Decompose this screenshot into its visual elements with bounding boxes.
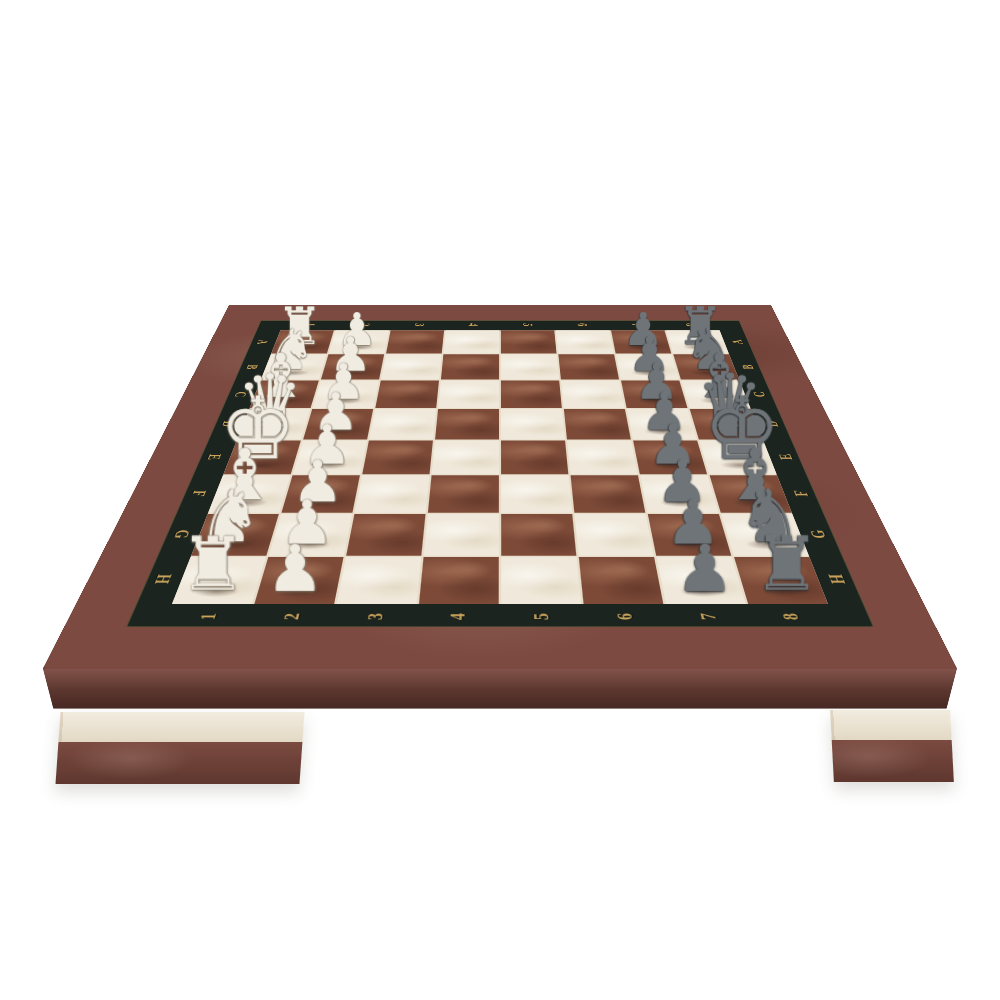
- square-h2[interactable]: ♟: [254, 557, 343, 604]
- file-label-a: A: [708, 337, 768, 346]
- file-label-a: A: [232, 337, 292, 346]
- square-f4[interactable]: [428, 475, 499, 512]
- chess-board: ABCDEFGH ABCDEFGH 12345678 12345678 ♜♟♟♜…: [43, 305, 957, 669]
- foot-red-slab: [55, 742, 302, 784]
- board-foot-right: [830, 710, 954, 782]
- rank-label-5: 5: [516, 314, 539, 336]
- rank-label-4: 4: [461, 314, 484, 336]
- square-e4[interactable]: [432, 441, 499, 475]
- foot-cream-slab: [58, 712, 304, 742]
- photo-stage: ABCDEFGH ABCDEFGH 12345678 12345678 ♜♟♟♜…: [0, 0, 1000, 1000]
- square-d4[interactable]: [435, 409, 499, 439]
- square-c4[interactable]: [438, 380, 499, 408]
- square-f5[interactable]: [501, 475, 572, 512]
- foot-red-slab: [832, 740, 954, 782]
- rank-label-3: 3: [406, 314, 431, 336]
- board-foot-left: [55, 712, 304, 784]
- square-e5[interactable]: [501, 441, 568, 475]
- square-h8[interactable]: ♜: [734, 557, 828, 604]
- square-d5[interactable]: [501, 409, 565, 439]
- piece-black-rook[interactable]: ♜: [720, 526, 854, 601]
- square-g5[interactable]: [501, 514, 576, 556]
- square-b4[interactable]: [441, 354, 499, 379]
- rank-label-6: 6: [569, 314, 594, 336]
- square-g4[interactable]: [424, 514, 499, 556]
- piece-white-pawn[interactable]: ♟: [228, 536, 362, 601]
- square-b5[interactable]: [501, 354, 559, 379]
- foot-cream-slab: [830, 710, 952, 740]
- square-c5[interactable]: [501, 380, 562, 408]
- file-label-b: B: [717, 362, 780, 372]
- board-perspective-wrapper: ABCDEFGH ABCDEFGH 12345678 12345678 ♜♟♟♜…: [43, 305, 957, 669]
- file-label-b: B: [220, 362, 283, 372]
- board-edge-front: [43, 669, 957, 709]
